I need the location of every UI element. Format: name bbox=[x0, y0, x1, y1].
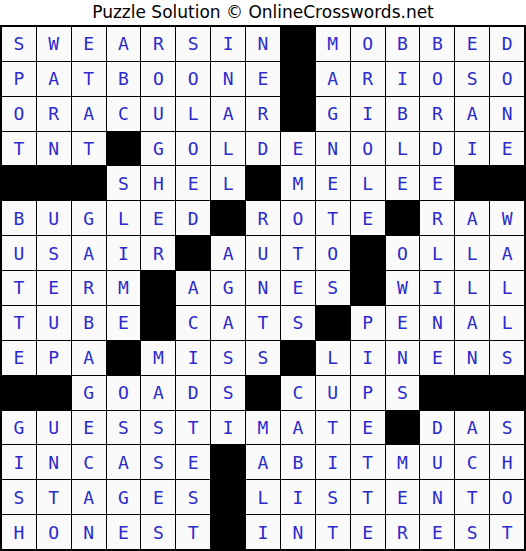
letter-cell: R bbox=[246, 201, 280, 235]
letter-cell: A bbox=[72, 97, 106, 131]
letter-cell: R bbox=[420, 201, 454, 235]
letter-cell: T bbox=[316, 201, 350, 235]
block-cell bbox=[211, 445, 245, 479]
letter-cell: A bbox=[72, 236, 106, 270]
letter-cell: L bbox=[420, 236, 454, 270]
letter-cell: E bbox=[386, 166, 420, 200]
letter-cell: O bbox=[2, 97, 36, 131]
letter-cell: S bbox=[455, 62, 489, 96]
letter-cell: S bbox=[107, 166, 141, 200]
letter-cell: S bbox=[141, 445, 175, 479]
letter-cell: A bbox=[455, 306, 489, 340]
letter-cell: U bbox=[141, 97, 175, 131]
letter-cell: A bbox=[246, 445, 280, 479]
letter-cell: C bbox=[455, 445, 489, 479]
letter-cell: W bbox=[490, 201, 524, 235]
letter-cell: I bbox=[455, 132, 489, 166]
block-cell bbox=[211, 515, 245, 549]
letter-cell: C bbox=[107, 97, 141, 131]
letter-cell: S bbox=[211, 341, 245, 375]
letter-cell: R bbox=[246, 97, 280, 131]
letter-cell: O bbox=[176, 62, 210, 96]
letter-cell: N bbox=[281, 515, 315, 549]
letter-cell: D bbox=[246, 132, 280, 166]
letter-cell: A bbox=[455, 201, 489, 235]
letter-cell: R bbox=[141, 236, 175, 270]
letter-cell: S bbox=[246, 341, 280, 375]
letter-cell: S bbox=[316, 480, 350, 514]
letter-cell: N bbox=[455, 341, 489, 375]
letter-cell: G bbox=[2, 411, 36, 445]
letter-cell: E bbox=[2, 341, 36, 375]
letter-cell: A bbox=[72, 480, 106, 514]
letter-cell: S bbox=[2, 480, 36, 514]
letter-cell: E bbox=[351, 411, 385, 445]
letter-cell: S bbox=[455, 515, 489, 549]
letter-cell: C bbox=[281, 376, 315, 410]
letter-cell: D bbox=[420, 132, 454, 166]
letter-cell: S bbox=[211, 376, 245, 410]
letter-cell: C bbox=[72, 445, 106, 479]
letter-cell: I bbox=[281, 480, 315, 514]
letter-cell: I bbox=[176, 341, 210, 375]
letter-cell: G bbox=[107, 480, 141, 514]
letter-cell: L bbox=[490, 306, 524, 340]
letter-cell: O bbox=[490, 480, 524, 514]
letter-cell: S bbox=[281, 306, 315, 340]
letter-cell: E bbox=[316, 166, 350, 200]
letter-cell: N bbox=[246, 27, 280, 61]
letter-cell: N bbox=[420, 306, 454, 340]
letter-cell: E bbox=[386, 306, 420, 340]
letter-cell: E bbox=[176, 166, 210, 200]
letter-cell: S bbox=[490, 341, 524, 375]
letter-cell: G bbox=[316, 97, 350, 131]
letter-cell: L bbox=[386, 132, 420, 166]
letter-cell: A bbox=[107, 27, 141, 61]
letter-cell: E bbox=[141, 480, 175, 514]
block-cell bbox=[141, 271, 175, 305]
letter-cell: S bbox=[386, 376, 420, 410]
letter-cell: T bbox=[351, 480, 385, 514]
letter-cell: R bbox=[72, 271, 106, 305]
letter-cell: A bbox=[176, 271, 210, 305]
letter-cell: O bbox=[351, 132, 385, 166]
block-cell bbox=[107, 132, 141, 166]
letter-cell: U bbox=[37, 411, 71, 445]
letter-cell: D bbox=[176, 376, 210, 410]
letter-cell: E bbox=[281, 132, 315, 166]
letter-cell: I bbox=[420, 271, 454, 305]
letter-cell: S bbox=[176, 480, 210, 514]
letter-cell: T bbox=[37, 480, 71, 514]
letter-cell: L bbox=[316, 341, 350, 375]
letter-cell: G bbox=[72, 201, 106, 235]
letter-cell: U bbox=[2, 236, 36, 270]
letter-cell: A bbox=[490, 236, 524, 270]
letter-cell: S bbox=[141, 411, 175, 445]
letter-cell: G bbox=[141, 132, 175, 166]
block-cell bbox=[107, 341, 141, 375]
letter-cell: T bbox=[351, 445, 385, 479]
letter-cell: E bbox=[420, 341, 454, 375]
letter-cell: L bbox=[246, 480, 280, 514]
letter-cell: T bbox=[490, 515, 524, 549]
letter-cell: T bbox=[316, 515, 350, 549]
letter-cell: A bbox=[316, 62, 350, 96]
letter-cell: B bbox=[420, 27, 454, 61]
letter-cell: E bbox=[281, 271, 315, 305]
letter-cell: T bbox=[176, 515, 210, 549]
letter-cell: P bbox=[351, 306, 385, 340]
letter-cell: A bbox=[107, 445, 141, 479]
letter-cell: S bbox=[316, 271, 350, 305]
block-cell bbox=[386, 411, 420, 445]
letter-cell: B bbox=[386, 27, 420, 61]
letter-cell: O bbox=[351, 27, 385, 61]
letter-cell: O bbox=[107, 376, 141, 410]
letter-cell: N bbox=[72, 515, 106, 549]
letter-cell: M bbox=[281, 166, 315, 200]
letter-cell: L bbox=[211, 166, 245, 200]
letter-cell: A bbox=[37, 62, 71, 96]
block-cell bbox=[281, 341, 315, 375]
letter-cell: O bbox=[176, 132, 210, 166]
letter-cell: E bbox=[490, 132, 524, 166]
block-cell bbox=[281, 27, 315, 61]
letter-cell: A bbox=[455, 411, 489, 445]
letter-cell: U bbox=[246, 236, 280, 270]
block-cell bbox=[176, 236, 210, 270]
letter-cell: T bbox=[2, 306, 36, 340]
block-cell bbox=[351, 271, 385, 305]
letter-cell: B bbox=[281, 445, 315, 479]
letter-cell: E bbox=[351, 201, 385, 235]
letter-cell: D bbox=[176, 201, 210, 235]
letter-cell: L bbox=[490, 271, 524, 305]
letter-cell: S bbox=[141, 515, 175, 549]
letter-cell: S bbox=[37, 236, 71, 270]
letter-cell: R bbox=[386, 515, 420, 549]
letter-cell: E bbox=[72, 27, 106, 61]
block-cell bbox=[2, 166, 36, 200]
letter-cell: B bbox=[72, 306, 106, 340]
letter-cell: G bbox=[72, 376, 106, 410]
letter-cell: L bbox=[107, 201, 141, 235]
letter-cell: A bbox=[141, 376, 175, 410]
letter-cell: E bbox=[176, 445, 210, 479]
letter-cell: B bbox=[2, 201, 36, 235]
letter-cell: T bbox=[316, 411, 350, 445]
letter-cell: I bbox=[316, 445, 350, 479]
letter-cell: S bbox=[176, 27, 210, 61]
letter-cell: G bbox=[211, 271, 245, 305]
letter-cell: T bbox=[176, 411, 210, 445]
letter-cell: L bbox=[455, 236, 489, 270]
puzzle-solution-page: Puzzle Solution © OnlineCrosswords.net S… bbox=[0, 0, 526, 551]
letter-cell: C bbox=[176, 306, 210, 340]
letter-cell: U bbox=[420, 445, 454, 479]
block-cell bbox=[37, 376, 71, 410]
letter-cell: T bbox=[72, 132, 106, 166]
letter-cell: E bbox=[107, 515, 141, 549]
letter-cell: M bbox=[246, 411, 280, 445]
letter-cell: A bbox=[455, 97, 489, 131]
letter-cell: E bbox=[141, 201, 175, 235]
letter-cell: E bbox=[72, 411, 106, 445]
letter-cell: N bbox=[386, 341, 420, 375]
letter-cell: A bbox=[211, 97, 245, 131]
letter-cell: I bbox=[386, 62, 420, 96]
letter-cell: U bbox=[316, 376, 350, 410]
letter-cell: I bbox=[211, 411, 245, 445]
block-cell bbox=[281, 97, 315, 131]
letter-cell: I bbox=[2, 445, 36, 479]
block-cell bbox=[2, 376, 36, 410]
letter-cell: W bbox=[386, 271, 420, 305]
letter-cell: M bbox=[386, 445, 420, 479]
page-title: Puzzle Solution © OnlineCrosswords.net bbox=[0, 0, 526, 25]
letter-cell: T bbox=[455, 480, 489, 514]
letter-cell: U bbox=[37, 306, 71, 340]
letter-cell: R bbox=[141, 27, 175, 61]
letter-cell: N bbox=[316, 132, 350, 166]
letter-cell: O bbox=[141, 62, 175, 96]
letter-cell: T bbox=[2, 132, 36, 166]
letter-cell: R bbox=[420, 97, 454, 131]
letter-cell: A bbox=[211, 236, 245, 270]
letter-cell: I bbox=[211, 27, 245, 61]
letter-cell: N bbox=[211, 62, 245, 96]
letter-cell: E bbox=[107, 306, 141, 340]
letter-cell: P bbox=[2, 62, 36, 96]
crossword-grid: SWEARSINMOBBEDPATBOONEARIOSOORACULARGIBR… bbox=[0, 25, 526, 551]
letter-cell: E bbox=[351, 515, 385, 549]
block-cell bbox=[316, 306, 350, 340]
block-cell bbox=[420, 376, 454, 410]
letter-cell: L bbox=[351, 166, 385, 200]
letter-cell: O bbox=[37, 515, 71, 549]
letter-cell: H bbox=[2, 515, 36, 549]
letter-cell: H bbox=[141, 166, 175, 200]
letter-cell: L bbox=[211, 132, 245, 166]
letter-cell: O bbox=[316, 236, 350, 270]
block-cell bbox=[246, 376, 280, 410]
letter-cell: O bbox=[386, 236, 420, 270]
letter-cell: I bbox=[246, 515, 280, 549]
letter-cell: I bbox=[351, 341, 385, 375]
block-cell bbox=[490, 166, 524, 200]
letter-cell: M bbox=[107, 271, 141, 305]
letter-cell: E bbox=[37, 271, 71, 305]
letter-cell: A bbox=[72, 341, 106, 375]
letter-cell: R bbox=[37, 97, 71, 131]
block-cell bbox=[351, 236, 385, 270]
letter-cell: P bbox=[351, 376, 385, 410]
block-cell bbox=[281, 62, 315, 96]
letter-cell: M bbox=[316, 27, 350, 61]
letter-cell: A bbox=[211, 306, 245, 340]
letter-cell: L bbox=[455, 271, 489, 305]
letter-cell: I bbox=[107, 236, 141, 270]
block-cell bbox=[211, 201, 245, 235]
letter-cell: W bbox=[37, 27, 71, 61]
letter-cell: M bbox=[141, 341, 175, 375]
letter-cell: T bbox=[281, 236, 315, 270]
block-cell bbox=[455, 376, 489, 410]
block-cell bbox=[141, 306, 175, 340]
block-cell bbox=[72, 166, 106, 200]
letter-cell: L bbox=[176, 97, 210, 131]
letter-cell: H bbox=[490, 445, 524, 479]
letter-cell: D bbox=[490, 27, 524, 61]
letter-cell: O bbox=[281, 201, 315, 235]
letter-cell: O bbox=[490, 62, 524, 96]
letter-cell: E bbox=[386, 480, 420, 514]
letter-cell: E bbox=[455, 27, 489, 61]
letter-cell: S bbox=[490, 411, 524, 445]
block-cell bbox=[211, 480, 245, 514]
letter-cell: B bbox=[386, 97, 420, 131]
letter-cell: N bbox=[246, 271, 280, 305]
letter-cell: T bbox=[72, 62, 106, 96]
block-cell bbox=[37, 166, 71, 200]
block-cell bbox=[386, 201, 420, 235]
letter-cell: A bbox=[281, 411, 315, 445]
letter-cell: N bbox=[420, 480, 454, 514]
block-cell bbox=[490, 376, 524, 410]
letter-cell: N bbox=[37, 445, 71, 479]
block-cell bbox=[455, 166, 489, 200]
letter-cell: I bbox=[351, 97, 385, 131]
letter-cell: S bbox=[107, 411, 141, 445]
letter-cell: N bbox=[490, 97, 524, 131]
letter-cell: S bbox=[2, 27, 36, 61]
letter-cell: R bbox=[351, 62, 385, 96]
letter-cell: E bbox=[420, 166, 454, 200]
letter-cell: T bbox=[246, 306, 280, 340]
letter-cell: N bbox=[37, 132, 71, 166]
letter-cell: U bbox=[37, 201, 71, 235]
letter-cell: B bbox=[107, 62, 141, 96]
letter-cell: T bbox=[2, 271, 36, 305]
letter-cell: P bbox=[37, 341, 71, 375]
letter-cell: D bbox=[420, 411, 454, 445]
letter-cell: E bbox=[420, 515, 454, 549]
letter-cell: O bbox=[420, 62, 454, 96]
block-cell bbox=[246, 166, 280, 200]
letter-cell: E bbox=[246, 62, 280, 96]
